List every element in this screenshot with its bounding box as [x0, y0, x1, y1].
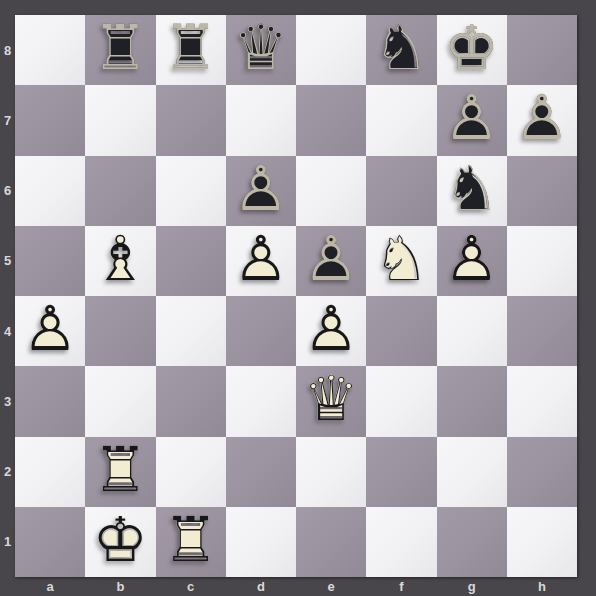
square-h8[interactable] — [507, 15, 577, 85]
white-bishop-piece[interactable]: ♝♗ — [85, 226, 155, 296]
square-f4[interactable] — [366, 296, 436, 366]
rank-label-1: 1 — [0, 507, 15, 577]
square-c5[interactable] — [156, 226, 226, 296]
piece-outline-glyph: ♔ — [85, 507, 155, 577]
square-e8[interactable] — [296, 15, 366, 85]
piece-outline-glyph: ♕ — [226, 15, 296, 85]
rank-label-2: 2 — [0, 437, 15, 507]
board: ♜♖♜♖♛♕♞♘♚♔♟♙♟♙♟♙♞♘♝♗♟♙♟♙♞♘♟♙♟♙♟♙♛♕♜♖♚♔♜♖ — [15, 15, 577, 577]
square-c8[interactable]: ♜♖ — [156, 15, 226, 85]
square-a3[interactable] — [15, 366, 85, 436]
square-c7[interactable] — [156, 85, 226, 155]
white-pawn-piece[interactable]: ♟♙ — [296, 296, 366, 366]
square-g7[interactable]: ♟♙ — [437, 85, 507, 155]
square-h6[interactable] — [507, 156, 577, 226]
rank-label-6: 6 — [0, 156, 15, 226]
piece-outline-glyph: ♔ — [437, 15, 507, 85]
square-h4[interactable] — [507, 296, 577, 366]
square-f1[interactable] — [366, 507, 436, 577]
square-b6[interactable] — [85, 156, 155, 226]
square-g5[interactable]: ♟♙ — [437, 226, 507, 296]
black-queen-piece[interactable]: ♛♕ — [226, 15, 296, 85]
square-c3[interactable] — [156, 366, 226, 436]
square-h3[interactable] — [507, 366, 577, 436]
piece-outline-glyph: ♙ — [437, 85, 507, 155]
white-pawn-piece[interactable]: ♟♙ — [437, 226, 507, 296]
white-king-piece[interactable]: ♚♔ — [85, 507, 155, 577]
square-a1[interactable] — [15, 507, 85, 577]
square-d2[interactable] — [226, 437, 296, 507]
square-h1[interactable] — [507, 507, 577, 577]
rank-label-5: 5 — [0, 226, 15, 296]
square-f3[interactable] — [366, 366, 436, 436]
square-f5[interactable]: ♞♘ — [366, 226, 436, 296]
square-g8[interactable]: ♚♔ — [437, 15, 507, 85]
piece-outline-glyph: ♕ — [296, 366, 366, 436]
file-label-a: a — [15, 577, 85, 596]
square-a6[interactable] — [15, 156, 85, 226]
square-f8[interactable]: ♞♘ — [366, 15, 436, 85]
square-g3[interactable] — [437, 366, 507, 436]
square-a7[interactable] — [15, 85, 85, 155]
square-d8[interactable]: ♛♕ — [226, 15, 296, 85]
black-pawn-piece[interactable]: ♟♙ — [437, 85, 507, 155]
square-f2[interactable] — [366, 437, 436, 507]
rank-label-3: 3 — [0, 366, 15, 436]
square-e4[interactable]: ♟♙ — [296, 296, 366, 366]
square-f7[interactable] — [366, 85, 436, 155]
square-f6[interactable] — [366, 156, 436, 226]
square-d4[interactable] — [226, 296, 296, 366]
square-c6[interactable] — [156, 156, 226, 226]
square-d3[interactable] — [226, 366, 296, 436]
chess-board-frame: 87654321 ♜♖♜♖♛♕♞♘♚♔♟♙♟♙♟♙♞♘♝♗♟♙♟♙♞♘♟♙♟♙♟… — [0, 0, 596, 596]
black-knight-piece[interactable]: ♞♘ — [437, 156, 507, 226]
square-b8[interactable]: ♜♖ — [85, 15, 155, 85]
piece-outline-glyph: ♖ — [156, 507, 226, 577]
square-h7[interactable]: ♟♙ — [507, 85, 577, 155]
white-pawn-piece[interactable]: ♟♙ — [15, 296, 85, 366]
square-b5[interactable]: ♝♗ — [85, 226, 155, 296]
file-labels: abcdefgh — [15, 577, 577, 596]
piece-outline-glyph: ♖ — [156, 15, 226, 85]
square-b4[interactable] — [85, 296, 155, 366]
square-b3[interactable] — [85, 366, 155, 436]
piece-outline-glyph: ♙ — [507, 85, 577, 155]
square-a2[interactable] — [15, 437, 85, 507]
rank-label-4: 4 — [0, 296, 15, 366]
square-g2[interactable] — [437, 437, 507, 507]
square-e3[interactable]: ♛♕ — [296, 366, 366, 436]
square-c1[interactable]: ♜♖ — [156, 507, 226, 577]
square-b7[interactable] — [85, 85, 155, 155]
file-label-d: d — [226, 577, 296, 596]
square-e6[interactable] — [296, 156, 366, 226]
black-rook-piece[interactable]: ♜♖ — [85, 15, 155, 85]
white-rook-piece[interactable]: ♜♖ — [85, 437, 155, 507]
square-c4[interactable] — [156, 296, 226, 366]
rank-label-7: 7 — [0, 85, 15, 155]
square-c2[interactable] — [156, 437, 226, 507]
rank-label-8: 8 — [0, 15, 15, 85]
black-pawn-piece[interactable]: ♟♙ — [296, 226, 366, 296]
square-a8[interactable] — [15, 15, 85, 85]
square-a5[interactable] — [15, 226, 85, 296]
rank-labels: 87654321 — [0, 15, 15, 577]
black-pawn-piece[interactable]: ♟♙ — [507, 85, 577, 155]
square-b1[interactable]: ♚♔ — [85, 507, 155, 577]
piece-outline-glyph: ♙ — [296, 296, 366, 366]
piece-outline-glyph: ♙ — [226, 156, 296, 226]
square-d1[interactable] — [226, 507, 296, 577]
piece-outline-glyph: ♙ — [437, 226, 507, 296]
square-h5[interactable] — [507, 226, 577, 296]
square-h2[interactable] — [507, 437, 577, 507]
white-rook-piece[interactable]: ♜♖ — [156, 507, 226, 577]
square-d5[interactable]: ♟♙ — [226, 226, 296, 296]
black-king-piece[interactable]: ♚♔ — [437, 15, 507, 85]
file-label-b: b — [85, 577, 155, 596]
square-g6[interactable]: ♞♘ — [437, 156, 507, 226]
piece-outline-glyph: ♘ — [437, 156, 507, 226]
square-e5[interactable]: ♟♙ — [296, 226, 366, 296]
square-a4[interactable]: ♟♙ — [15, 296, 85, 366]
white-pawn-piece[interactable]: ♟♙ — [226, 226, 296, 296]
square-g1[interactable] — [437, 507, 507, 577]
square-b2[interactable]: ♜♖ — [85, 437, 155, 507]
square-e1[interactable] — [296, 507, 366, 577]
piece-outline-glyph: ♘ — [366, 226, 436, 296]
square-e2[interactable] — [296, 437, 366, 507]
piece-outline-glyph: ♙ — [226, 226, 296, 296]
piece-outline-glyph: ♙ — [296, 226, 366, 296]
piece-outline-glyph: ♖ — [85, 437, 155, 507]
white-knight-piece[interactable]: ♞♘ — [366, 226, 436, 296]
square-e7[interactable] — [296, 85, 366, 155]
white-queen-piece[interactable]: ♛♕ — [296, 366, 366, 436]
square-d7[interactable] — [226, 85, 296, 155]
square-d6[interactable]: ♟♙ — [226, 156, 296, 226]
black-rook-piece[interactable]: ♜♖ — [156, 15, 226, 85]
file-label-f: f — [366, 577, 436, 596]
file-label-g: g — [437, 577, 507, 596]
square-g4[interactable] — [437, 296, 507, 366]
file-label-c: c — [156, 577, 226, 596]
piece-outline-glyph: ♖ — [85, 15, 155, 85]
black-pawn-piece[interactable]: ♟♙ — [226, 156, 296, 226]
black-knight-piece[interactable]: ♞♘ — [366, 15, 436, 85]
piece-outline-glyph: ♙ — [15, 296, 85, 366]
file-label-e: e — [296, 577, 366, 596]
file-label-h: h — [507, 577, 577, 596]
piece-outline-glyph: ♗ — [85, 226, 155, 296]
piece-outline-glyph: ♘ — [366, 15, 436, 85]
